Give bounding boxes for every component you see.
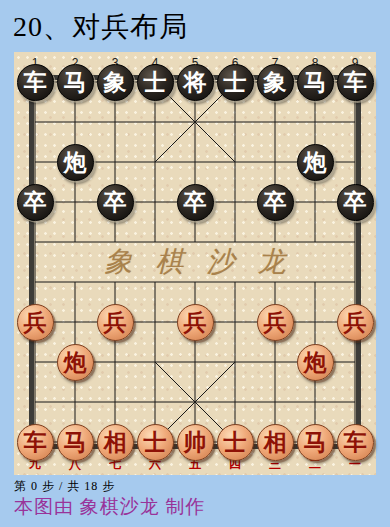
board-point-r0c9: 车: [335, 62, 375, 102]
piece-red-advisor: 士: [137, 424, 174, 461]
board-point-r6c8: [295, 302, 335, 342]
board-point-r1c6: [215, 102, 255, 142]
board-point-r2c7: [255, 142, 295, 182]
piece-red-soldier: 兵: [177, 304, 214, 341]
board-point-r8c9: [335, 382, 375, 422]
board-point-r0c7: 象: [255, 62, 295, 102]
board-point-r6c9: 兵: [335, 302, 375, 342]
board-point-r3c6: [215, 182, 255, 222]
credit-line: 本图由 象棋沙龙 制作: [14, 494, 206, 520]
board-point-r3c8: [295, 182, 335, 222]
board-point-r5c5: [175, 262, 215, 302]
piece-black-advisor: 士: [217, 64, 254, 101]
board-point-r9c7: 相: [255, 422, 295, 462]
piece-red-general: 帅: [177, 424, 214, 461]
board-point-r9c9: 车: [335, 422, 375, 462]
board-point-r5c2: [55, 262, 95, 302]
board-point-r8c6: [215, 382, 255, 422]
piece-black-advisor: 士: [137, 64, 174, 101]
board-point-r2c5: [175, 142, 215, 182]
board-point-r7c6: [215, 342, 255, 382]
board-point-r9c5: 帅: [175, 422, 215, 462]
piece-red-soldier: 兵: [257, 304, 294, 341]
piece-black-soldier: 卒: [97, 184, 134, 221]
piece-red-horse: 马: [297, 424, 334, 461]
board-point-r7c1: [15, 342, 55, 382]
board-point-r4c2: [55, 222, 95, 262]
board-point-r9c6: 士: [215, 422, 255, 462]
board-point-r4c8: [295, 222, 335, 262]
piece-black-general: 将: [177, 64, 214, 101]
board-point-r4c4: [135, 222, 175, 262]
piece-black-cannon: 炮: [297, 144, 334, 181]
piece-red-soldier: 兵: [17, 304, 54, 341]
board-point-r8c5: [175, 382, 215, 422]
piece-black-elephant: 象: [257, 64, 294, 101]
board-point-r5c8: [295, 262, 335, 302]
piece-black-cannon: 炮: [57, 144, 94, 181]
piece-red-cannon: 炮: [297, 344, 334, 381]
board-point-r3c1: 卒: [15, 182, 55, 222]
board-point-r3c3: 卒: [95, 182, 135, 222]
move-counter: 第 0 步 / 共 18 步: [14, 478, 115, 495]
board-point-r8c4: [135, 382, 175, 422]
board-point-r2c8: 炮: [295, 142, 335, 182]
board-point-r6c7: 兵: [255, 302, 295, 342]
piece-red-chariot: 车: [337, 424, 374, 461]
board-point-r7c2: 炮: [55, 342, 95, 382]
board-point-r1c9: [335, 102, 375, 142]
piece-red-cannon: 炮: [57, 344, 94, 381]
board-point-r2c2: 炮: [55, 142, 95, 182]
board-point-r4c3: [95, 222, 135, 262]
board-point-r7c3: [95, 342, 135, 382]
board-point-r9c2: 马: [55, 422, 95, 462]
board-point-r9c8: 马: [295, 422, 335, 462]
board-point-r5c6: [215, 262, 255, 302]
board-point-r3c9: 卒: [335, 182, 375, 222]
piece-black-chariot: 车: [17, 64, 54, 101]
piece-black-soldier: 卒: [177, 184, 214, 221]
board-point-r3c2: [55, 182, 95, 222]
board-point-r4c6: [215, 222, 255, 262]
board-point-r0c2: 马: [55, 62, 95, 102]
board-point-r2c1: [15, 142, 55, 182]
board-point-r3c7: 卒: [255, 182, 295, 222]
board-point-r8c7: [255, 382, 295, 422]
piece-grid: 车马象士将士象马车炮炮卒卒卒卒卒兵兵兵兵兵炮炮车马相士帅士相马车: [15, 62, 375, 462]
piece-black-elephant: 象: [97, 64, 134, 101]
board-point-r1c3: [95, 102, 135, 142]
board-point-r0c3: 象: [95, 62, 135, 102]
piece-red-advisor: 士: [217, 424, 254, 461]
board-point-r5c3: [95, 262, 135, 302]
board-point-r8c3: [95, 382, 135, 422]
piece-black-soldier: 卒: [337, 184, 374, 221]
board-point-r3c4: [135, 182, 175, 222]
board-point-r6c2: [55, 302, 95, 342]
board-point-r6c6: [215, 302, 255, 342]
board-point-r4c9: [335, 222, 375, 262]
board-point-r9c4: 士: [135, 422, 175, 462]
board-point-r6c3: 兵: [95, 302, 135, 342]
board-point-r9c3: 相: [95, 422, 135, 462]
board-point-r4c7: [255, 222, 295, 262]
board-point-r0c4: 士: [135, 62, 175, 102]
board-point-r8c8: [295, 382, 335, 422]
board-point-r9c1: 车: [15, 422, 55, 462]
board-point-r4c5: [175, 222, 215, 262]
board-point-r8c1: [15, 382, 55, 422]
piece-red-soldier: 兵: [337, 304, 374, 341]
piece-black-soldier: 卒: [17, 184, 54, 221]
board-point-r2c4: [135, 142, 175, 182]
piece-black-horse: 马: [297, 64, 334, 101]
board-point-r0c5: 将: [175, 62, 215, 102]
piece-black-chariot: 车: [337, 64, 374, 101]
piece-black-horse: 马: [57, 64, 94, 101]
board-point-r5c1: [15, 262, 55, 302]
piece-red-soldier: 兵: [97, 304, 134, 341]
board-point-r8c2: [55, 382, 95, 422]
board-point-r2c9: [335, 142, 375, 182]
board-point-r0c8: 马: [295, 62, 335, 102]
board-point-r7c7: [255, 342, 295, 382]
board-point-r1c2: [55, 102, 95, 142]
board-point-r1c8: [295, 102, 335, 142]
piece-black-soldier: 卒: [257, 184, 294, 221]
board-point-r7c8: 炮: [295, 342, 335, 382]
board-point-r7c9: [335, 342, 375, 382]
board-point-r7c5: [175, 342, 215, 382]
piece-red-elephant: 相: [97, 424, 134, 461]
board-point-r5c7: [255, 262, 295, 302]
piece-red-elephant: 相: [257, 424, 294, 461]
board-point-r4c1: [15, 222, 55, 262]
board-point-r6c1: 兵: [15, 302, 55, 342]
board-point-r5c4: [135, 262, 175, 302]
board-point-r6c5: 兵: [175, 302, 215, 342]
piece-red-chariot: 车: [17, 424, 54, 461]
board-point-r1c1: [15, 102, 55, 142]
board-point-r0c1: 车: [15, 62, 55, 102]
board-point-r3c5: 卒: [175, 182, 215, 222]
board-point-r1c4: [135, 102, 175, 142]
page-title: 20、对兵布局: [13, 8, 188, 46]
board-point-r2c6: [215, 142, 255, 182]
xiangqi-board[interactable]: 123456789 象棋沙龙 九八七六五四三二一 车马象士将士象马车炮炮卒卒卒卒…: [14, 52, 376, 475]
board-point-r1c5: [175, 102, 215, 142]
board-point-r7c4: [135, 342, 175, 382]
board-point-r6c4: [135, 302, 175, 342]
board-point-r1c7: [255, 102, 295, 142]
board-point-r0c6: 士: [215, 62, 255, 102]
piece-red-horse: 马: [57, 424, 94, 461]
board-point-r2c3: [95, 142, 135, 182]
board-point-r5c9: [335, 262, 375, 302]
